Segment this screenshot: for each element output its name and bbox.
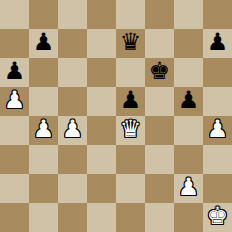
square-d6[interactable] bbox=[87, 58, 116, 87]
square-b6[interactable] bbox=[29, 58, 58, 87]
square-d7[interactable] bbox=[87, 29, 116, 58]
square-d8[interactable] bbox=[87, 0, 116, 29]
square-f5[interactable] bbox=[145, 87, 174, 116]
square-e8[interactable] bbox=[116, 0, 145, 29]
square-e4[interactable]: ♛ bbox=[116, 116, 145, 145]
square-g3[interactable] bbox=[174, 145, 203, 174]
square-c1[interactable] bbox=[58, 203, 87, 232]
square-g5[interactable]: ♟ bbox=[174, 87, 203, 116]
black-pawn[interactable]: ♟ bbox=[4, 57, 26, 86]
square-c4[interactable]: ♟ bbox=[58, 116, 87, 145]
square-f2[interactable] bbox=[145, 174, 174, 203]
square-b3[interactable] bbox=[29, 145, 58, 174]
black-pawn[interactable]: ♟ bbox=[120, 86, 142, 115]
square-g7[interactable] bbox=[174, 29, 203, 58]
square-a4[interactable] bbox=[0, 116, 29, 145]
square-f3[interactable] bbox=[145, 145, 174, 174]
square-c8[interactable] bbox=[58, 0, 87, 29]
square-g6[interactable] bbox=[174, 58, 203, 87]
square-g1[interactable] bbox=[174, 203, 203, 232]
square-b7[interactable]: ♟ bbox=[29, 29, 58, 58]
black-king[interactable]: ♚ bbox=[149, 57, 171, 86]
white-pawn[interactable]: ♟ bbox=[62, 115, 84, 144]
square-e5[interactable]: ♟ bbox=[116, 87, 145, 116]
square-h3[interactable] bbox=[203, 145, 232, 174]
square-h8[interactable] bbox=[203, 0, 232, 29]
square-d2[interactable] bbox=[87, 174, 116, 203]
white-pawn[interactable]: ♟ bbox=[178, 173, 200, 202]
black-pawn[interactable]: ♟ bbox=[207, 28, 229, 57]
square-f8[interactable] bbox=[145, 0, 174, 29]
square-a2[interactable] bbox=[0, 174, 29, 203]
square-b5[interactable] bbox=[29, 87, 58, 116]
square-a1[interactable] bbox=[0, 203, 29, 232]
square-b4[interactable]: ♟ bbox=[29, 116, 58, 145]
white-pawn[interactable]: ♟ bbox=[4, 86, 26, 115]
square-a6[interactable]: ♟ bbox=[0, 58, 29, 87]
square-h6[interactable] bbox=[203, 58, 232, 87]
square-a8[interactable] bbox=[0, 0, 29, 29]
square-d4[interactable] bbox=[87, 116, 116, 145]
white-queen[interactable]: ♛ bbox=[120, 115, 142, 144]
square-h5[interactable] bbox=[203, 87, 232, 116]
square-c3[interactable] bbox=[58, 145, 87, 174]
square-g8[interactable] bbox=[174, 0, 203, 29]
square-d3[interactable] bbox=[87, 145, 116, 174]
square-b8[interactable] bbox=[29, 0, 58, 29]
square-h7[interactable]: ♟ bbox=[203, 29, 232, 58]
white-king[interactable]: ♚ bbox=[207, 202, 229, 231]
square-h4[interactable]: ♟ bbox=[203, 116, 232, 145]
square-d5[interactable] bbox=[87, 87, 116, 116]
square-a3[interactable] bbox=[0, 145, 29, 174]
square-a5[interactable]: ♟ bbox=[0, 87, 29, 116]
square-f4[interactable] bbox=[145, 116, 174, 145]
square-e1[interactable] bbox=[116, 203, 145, 232]
black-queen[interactable]: ♛ bbox=[120, 28, 142, 57]
square-b1[interactable] bbox=[29, 203, 58, 232]
square-h2[interactable] bbox=[203, 174, 232, 203]
black-pawn[interactable]: ♟ bbox=[178, 86, 200, 115]
square-d1[interactable] bbox=[87, 203, 116, 232]
square-c6[interactable] bbox=[58, 58, 87, 87]
square-g4[interactable] bbox=[174, 116, 203, 145]
chess-board: ♟♛♟♟♚♟♟♟♟♟♛♟♟♚ bbox=[0, 0, 232, 232]
white-pawn[interactable]: ♟ bbox=[33, 115, 55, 144]
square-c5[interactable] bbox=[58, 87, 87, 116]
square-f7[interactable] bbox=[145, 29, 174, 58]
square-c7[interactable] bbox=[58, 29, 87, 58]
square-h1[interactable]: ♚ bbox=[203, 203, 232, 232]
square-f1[interactable] bbox=[145, 203, 174, 232]
white-pawn[interactable]: ♟ bbox=[207, 115, 229, 144]
square-e7[interactable]: ♛ bbox=[116, 29, 145, 58]
square-e2[interactable] bbox=[116, 174, 145, 203]
black-pawn[interactable]: ♟ bbox=[33, 28, 55, 57]
square-a7[interactable] bbox=[0, 29, 29, 58]
square-f6[interactable]: ♚ bbox=[145, 58, 174, 87]
square-e6[interactable] bbox=[116, 58, 145, 87]
square-e3[interactable] bbox=[116, 145, 145, 174]
square-b2[interactable] bbox=[29, 174, 58, 203]
square-c2[interactable] bbox=[58, 174, 87, 203]
square-g2[interactable]: ♟ bbox=[174, 174, 203, 203]
